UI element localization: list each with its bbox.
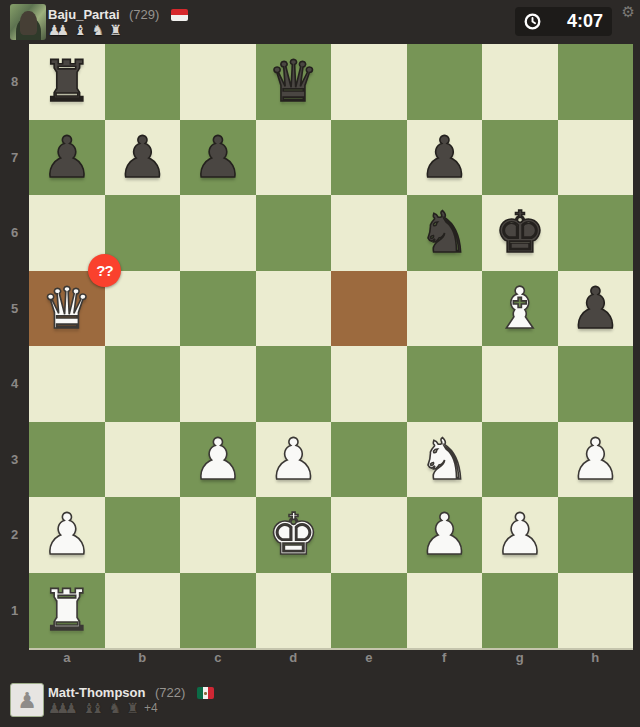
- square-a4[interactable]: [29, 346, 105, 422]
- white-pawn[interactable]: ♟: [180, 422, 256, 498]
- square-f7[interactable]: ♟: [407, 120, 483, 196]
- square-h6[interactable]: [558, 195, 634, 271]
- file-label-h: h: [558, 648, 634, 670]
- file-label-c: c: [180, 648, 256, 670]
- square-g1[interactable]: [482, 573, 558, 649]
- square-f5[interactable]: [407, 271, 483, 347]
- square-f1[interactable]: [407, 573, 483, 649]
- captured-piece-group: ♞: [109, 700, 122, 716]
- top-player-avatar[interactable]: [10, 4, 46, 40]
- square-a8[interactable]: ♜: [29, 44, 105, 120]
- square-g7[interactable]: [482, 120, 558, 196]
- top-player-bar: Baju_Partai (729) ♟♟♝♞♜ 4:07 ⚙: [0, 0, 640, 44]
- square-h5[interactable]: ♟: [558, 271, 634, 347]
- square-f8[interactable]: [407, 44, 483, 120]
- square-h3[interactable]: ♟: [558, 422, 634, 498]
- white-pawn[interactable]: ♟: [407, 497, 483, 573]
- black-pawn[interactable]: ♟: [558, 271, 634, 347]
- black-queen[interactable]: ♛: [256, 44, 332, 120]
- file-label-b: b: [105, 648, 181, 670]
- square-d1[interactable]: [256, 573, 332, 649]
- white-pawn[interactable]: ♟: [482, 497, 558, 573]
- square-g3[interactable]: [482, 422, 558, 498]
- square-g4[interactable]: [482, 346, 558, 422]
- mexico-flag-icon: [197, 687, 214, 699]
- square-f3[interactable]: ♞: [407, 422, 483, 498]
- clock-icon: [524, 13, 541, 30]
- square-d5[interactable]: [256, 271, 332, 347]
- bottom-captured-pieces: ♟♟♟♝♝♞♜+4: [48, 700, 158, 718]
- black-king[interactable]: ♚: [482, 195, 558, 271]
- white-rook[interactable]: ♜: [29, 573, 105, 649]
- square-h4[interactable]: [558, 346, 634, 422]
- captured-piece-group: ♜: [109, 22, 122, 38]
- rank-labels: 87654321: [0, 44, 29, 648]
- white-pawn[interactable]: ♟: [558, 422, 634, 498]
- top-player-clock: 4:07: [515, 7, 612, 36]
- indonesia-flag-icon: [171, 9, 188, 21]
- square-e2[interactable]: [331, 497, 407, 573]
- rank-label-4: 4: [0, 346, 29, 422]
- bottom-player-name[interactable]: Matt-Thompson: [48, 685, 145, 700]
- file-labels: abcdefgh: [29, 648, 633, 670]
- square-e8[interactable]: [331, 44, 407, 120]
- square-d6[interactable]: [256, 195, 332, 271]
- square-h8[interactable]: [558, 44, 634, 120]
- rank-label-7: 7: [0, 120, 29, 196]
- file-label-e: e: [331, 648, 407, 670]
- rank-label-2: 2: [0, 497, 29, 573]
- file-label-f: f: [407, 648, 483, 670]
- blunder-badge: ??: [88, 254, 121, 287]
- settings-gear-icon[interactable]: ⚙: [622, 5, 635, 20]
- square-b1[interactable]: [105, 573, 181, 649]
- square-e1[interactable]: [331, 573, 407, 649]
- square-c4[interactable]: [180, 346, 256, 422]
- black-rook[interactable]: ♜: [29, 44, 105, 120]
- white-bishop[interactable]: ♝: [482, 271, 558, 347]
- square-g6[interactable]: ♚: [482, 195, 558, 271]
- captured-piece-group: ♝♝: [83, 700, 104, 716]
- top-player-name[interactable]: Baju_Partai: [48, 7, 120, 22]
- square-g8[interactable]: [482, 44, 558, 120]
- rank-label-8: 8: [0, 44, 29, 120]
- top-captured-pieces: ♟♟♝♞♜: [48, 22, 127, 40]
- material-advantage: +4: [144, 701, 158, 715]
- square-c6[interactable]: [180, 195, 256, 271]
- white-pawn[interactable]: ♟: [29, 497, 105, 573]
- square-a7[interactable]: ♟: [29, 120, 105, 196]
- square-b7[interactable]: ♟: [105, 120, 181, 196]
- square-e3[interactable]: [331, 422, 407, 498]
- square-f4[interactable]: [407, 346, 483, 422]
- square-e5[interactable]: [331, 271, 407, 347]
- rank-label-5: 5: [0, 271, 29, 347]
- square-e6[interactable]: [331, 195, 407, 271]
- square-h2[interactable]: [558, 497, 634, 573]
- captured-piece-group: ♝: [74, 22, 87, 38]
- bottom-player-rating: (722): [155, 685, 185, 700]
- square-b4[interactable]: [105, 346, 181, 422]
- square-g2[interactable]: ♟: [482, 497, 558, 573]
- bottom-player-avatar[interactable]: ♟: [10, 683, 44, 717]
- square-c2[interactable]: [180, 497, 256, 573]
- black-pawn[interactable]: ♟: [105, 120, 181, 196]
- captured-piece-group: ♟♟♟: [48, 700, 78, 716]
- square-b3[interactable]: [105, 422, 181, 498]
- white-pawn[interactable]: ♟: [256, 422, 332, 498]
- black-knight[interactable]: ♞: [407, 195, 483, 271]
- square-d4[interactable]: [256, 346, 332, 422]
- square-b2[interactable]: [105, 497, 181, 573]
- white-king[interactable]: ♚: [256, 497, 332, 573]
- square-d8[interactable]: ♛: [256, 44, 332, 120]
- square-a3[interactable]: [29, 422, 105, 498]
- rank-label-3: 3: [0, 422, 29, 498]
- rank-label-6: 6: [0, 195, 29, 271]
- file-label-d: d: [256, 648, 332, 670]
- square-e7[interactable]: [331, 120, 407, 196]
- square-b8[interactable]: [105, 44, 181, 120]
- square-h1[interactable]: [558, 573, 634, 649]
- captured-piece-group: ♞: [92, 22, 105, 38]
- square-c7[interactable]: ♟: [180, 120, 256, 196]
- square-c1[interactable]: [180, 573, 256, 649]
- black-pawn[interactable]: ♟: [180, 120, 256, 196]
- bottom-player-bar: ♟ Matt-Thompson (722) ♟♟♟♝♝♞♜+4 3:55: [0, 678, 640, 727]
- square-d3[interactable]: ♟: [256, 422, 332, 498]
- square-g5[interactable]: ♝: [482, 271, 558, 347]
- white-knight[interactable]: ♞: [407, 422, 483, 498]
- file-label-a: a: [29, 648, 105, 670]
- square-d2[interactable]: ♚: [256, 497, 332, 573]
- square-c8[interactable]: [180, 44, 256, 120]
- square-d7[interactable]: [256, 120, 332, 196]
- top-clock-time: 4:07: [567, 11, 603, 32]
- square-f6[interactable]: ♞: [407, 195, 483, 271]
- square-c3[interactable]: ♟: [180, 422, 256, 498]
- captured-piece-group: ♜: [126, 700, 139, 716]
- top-player-rating: (729): [129, 7, 159, 22]
- black-pawn[interactable]: ♟: [29, 120, 105, 196]
- black-pawn[interactable]: ♟: [407, 120, 483, 196]
- rank-label-1: 1: [0, 573, 29, 649]
- captured-piece-group: ♟♟: [48, 22, 69, 38]
- chess-board: ♜♛♟♟♟♟♞♚♛♝♟♟♟♞♟♟♚♟♟♜ ??: [29, 44, 633, 648]
- square-e4[interactable]: [331, 346, 407, 422]
- square-h7[interactable]: [558, 120, 634, 196]
- square-c5[interactable]: [180, 271, 256, 347]
- square-a2[interactable]: ♟: [29, 497, 105, 573]
- square-a1[interactable]: ♜: [29, 573, 105, 649]
- file-label-g: g: [482, 648, 558, 670]
- square-f2[interactable]: ♟: [407, 497, 483, 573]
